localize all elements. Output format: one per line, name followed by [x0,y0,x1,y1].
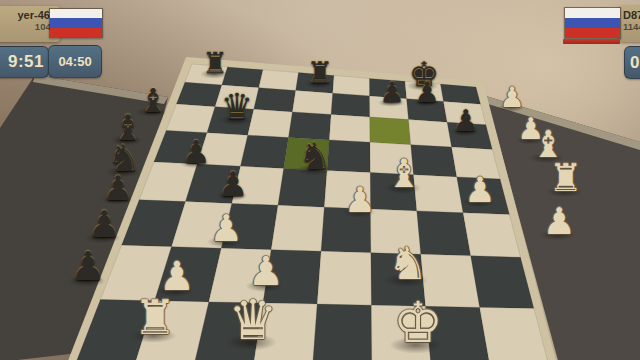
white-queen-d1[interactable]: ♛ [228,293,277,348]
square-e2[interactable] [317,251,371,305]
player-left-rating: 1046 [0,21,56,32]
square-c5[interactable] [241,135,289,168]
black-knight-d5[interactable]: ♞ [298,138,331,175]
white-pawn-captured-right-tray: ♟ [499,84,524,112]
square-e1[interactable] [313,304,372,360]
player-panel-right: D87 1144 [618,6,640,42]
clock-left-secondary: 04:50 [48,45,102,78]
black-pawn-captured-left-tray: ♟ [70,246,106,286]
player-right-name: D87 [623,9,640,21]
clock-left-main: 9:51 [0,46,49,78]
black-pawn-captured-left-tray: ♟ [87,206,120,243]
square-h8[interactable] [441,84,481,104]
white-rook-captured-right-tray: ♜ [549,159,583,197]
square-c8[interactable] [259,70,299,91]
white-king-g1[interactable]: ♚ [393,295,443,351]
black-queen-b7[interactable]: ♛ [221,89,253,125]
black-rook-a8[interactable]: ♜ [202,49,228,78]
white-pawn-d2[interactable]: ♟ [248,251,284,291]
square-e7[interactable] [331,93,370,117]
square-g6[interactable] [409,120,452,148]
white-bishop-f4[interactable]: ♝ [387,154,422,193]
square-b8[interactable] [222,67,263,88]
clock-right-time: 0 [630,53,639,73]
white-pawn-captured-right-tray: ♟ [542,203,575,240]
white-pawn-b3[interactable]: ♟ [209,210,242,247]
square-d3[interactable] [271,205,324,251]
square-e5[interactable] [327,140,370,173]
black-pawn-b4[interactable]: ♟ [218,167,248,201]
clock-left-secondary-time: 04:50 [58,54,91,69]
right-player-alert-bar [563,39,620,44]
black-pawn-a5[interactable]: ♟ [182,136,211,168]
clock-right-main: 0 [624,46,640,79]
white-pawn-e4[interactable]: ♟ [344,182,375,217]
white-knight-f3[interactable]: ♞ [388,241,428,286]
square-e8[interactable] [333,76,370,96]
black-pawn-h6[interactable]: ♟ [453,106,480,136]
square-c6[interactable] [248,109,293,137]
flag-russia-right [564,7,621,39]
square-d7[interactable] [292,91,332,115]
square-c7[interactable] [254,88,296,112]
black-rook-d8[interactable]: ♜ [307,58,334,88]
white-rook-a1[interactable]: ♜ [133,294,176,342]
square-e6[interactable] [329,114,370,142]
white-pawn-h4[interactable]: ♟ [464,172,495,207]
player-right-rating: 1144 [623,21,640,32]
black-pawn-captured-left-tray: ♟ [103,171,133,205]
chess-app-screen: ♜♜♚♛♟♟♟♞♟♟♝♟♟♟♞♟♟♜♛♚♝♝♞♟♟♟♟♟♝♜♟ yer-460 … [0,0,640,360]
square-f6[interactable] [370,117,411,145]
black-pawn-f7[interactable]: ♟ [379,79,404,107]
player-left-name: yer-460 [0,9,56,21]
clock-left-main-time: 9:51 [8,52,44,72]
flag-russia-left [49,8,103,38]
black-pawn-g7[interactable]: ♟ [414,79,439,107]
